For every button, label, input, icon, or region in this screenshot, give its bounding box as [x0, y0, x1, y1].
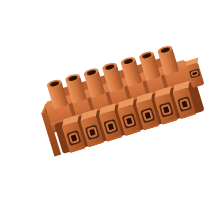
terminal-block-photo	[0, 0, 220, 198]
flange-slot-rim	[191, 71, 198, 76]
product-photo	[0, 0, 220, 198]
